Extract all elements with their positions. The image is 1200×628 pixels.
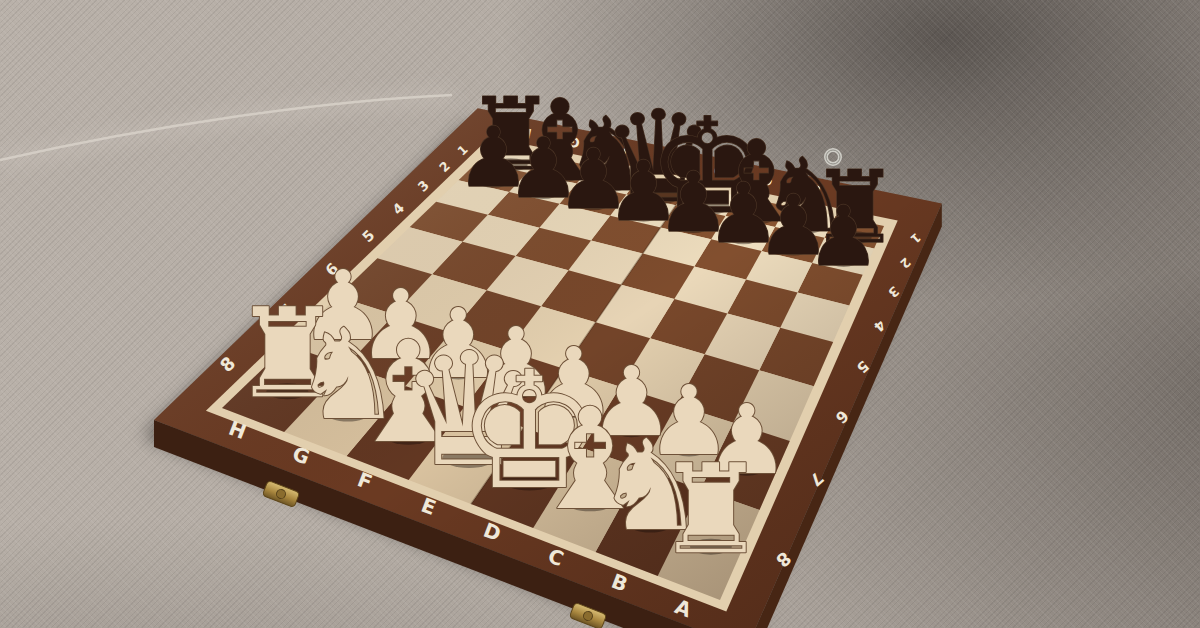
sofa-photo-scene: HGFEDCBAHGFEDCBA1234567812345678 ♜♝♞♛♚♝♞…	[0, 0, 1200, 628]
chessboard-photo: HGFEDCBAHGFEDCBA1234567812345678 ♜♝♞♛♚♝♞…	[0, 0, 1200, 628]
piece-white-rook-a8[interactable]: ♜	[656, 438, 766, 581]
piece-black-pawn-a2[interactable]: ♟	[806, 188, 880, 285]
cushion-seam	[0, 96, 452, 162]
